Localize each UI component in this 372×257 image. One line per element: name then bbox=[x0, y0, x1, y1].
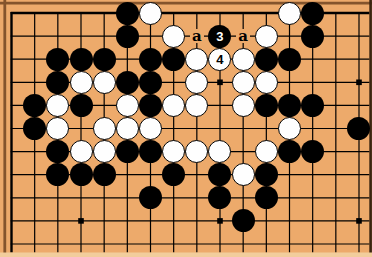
intersection-c12-r7[interactable] bbox=[255, 140, 278, 163]
intersection-c10-r1[interactable] bbox=[208, 2, 231, 25]
black-stone bbox=[278, 48, 301, 71]
intersection-c3-r3[interactable] bbox=[46, 48, 69, 71]
intersection-c9-r9[interactable] bbox=[185, 186, 208, 209]
intersection-c12-r10[interactable] bbox=[255, 209, 278, 232]
intersection-c2-r7[interactable] bbox=[23, 140, 46, 163]
intersection-c6-r1[interactable] bbox=[116, 2, 139, 25]
black-stone bbox=[46, 163, 69, 186]
black-stone bbox=[139, 186, 162, 209]
white-stone bbox=[255, 140, 278, 163]
black-stone bbox=[301, 2, 324, 25]
intersection-c1-r11[interactable] bbox=[0, 232, 23, 255]
intersection-c13-r11[interactable] bbox=[278, 232, 301, 255]
intersection-c10-r5[interactable] bbox=[208, 94, 231, 117]
intersection-c5-r7[interactable] bbox=[93, 140, 116, 163]
intersection-c15-r1[interactable] bbox=[324, 2, 347, 25]
intersection-c7-r6[interactable] bbox=[139, 117, 162, 140]
intersection-c15-r9[interactable] bbox=[324, 186, 347, 209]
intersection-c15-r2[interactable] bbox=[324, 25, 347, 48]
intersection-c3-r6[interactable] bbox=[46, 117, 69, 140]
intersection-c9-r2[interactable]: a bbox=[185, 25, 208, 48]
black-stone bbox=[46, 48, 69, 71]
intersection-c9-r1[interactable] bbox=[185, 2, 208, 25]
intersection-c6-r3[interactable] bbox=[116, 48, 139, 71]
intersection-c11-r1[interactable] bbox=[232, 2, 255, 25]
white-stone-move-4: 4 bbox=[208, 48, 231, 71]
intersection-c1-r7[interactable] bbox=[0, 140, 23, 163]
intersection-c7-r3[interactable] bbox=[139, 48, 162, 71]
black-stone bbox=[116, 25, 139, 48]
black-stone bbox=[232, 209, 255, 232]
intersection-c10-r8[interactable] bbox=[208, 163, 231, 186]
intersection-c11-r9[interactable] bbox=[232, 186, 255, 209]
intersection-c6-r2[interactable] bbox=[116, 25, 139, 48]
intersection-c16-r8[interactable] bbox=[347, 163, 370, 186]
black-stone bbox=[116, 71, 139, 94]
intersection-c7-r7[interactable] bbox=[139, 140, 162, 163]
intersection-c8-r1[interactable] bbox=[162, 2, 185, 25]
intersection-c9-r7[interactable] bbox=[185, 140, 208, 163]
intersection-c10-r7[interactable] bbox=[208, 140, 231, 163]
white-stone bbox=[185, 71, 208, 94]
intersection-c1-r2[interactable] bbox=[0, 25, 23, 48]
white-stone bbox=[46, 117, 69, 140]
intersection-c12-r1[interactable] bbox=[255, 2, 278, 25]
intersection-c11-r3[interactable] bbox=[232, 48, 255, 71]
white-stone bbox=[232, 71, 255, 94]
intersection-c13-r3[interactable] bbox=[278, 48, 301, 71]
white-stone bbox=[93, 71, 116, 94]
intersection-c10-r4[interactable] bbox=[208, 71, 231, 94]
white-stone bbox=[116, 94, 139, 117]
move-number: 3 bbox=[216, 30, 223, 43]
intersection-c1-r9[interactable] bbox=[0, 186, 23, 209]
intersection-c14-r2[interactable] bbox=[301, 25, 324, 48]
intersection-c6-r5[interactable] bbox=[116, 94, 139, 117]
intersection-c2-r9[interactable] bbox=[23, 186, 46, 209]
white-stone bbox=[255, 71, 278, 94]
intersection-c15-r11[interactable] bbox=[324, 232, 347, 255]
intersection-c3-r1[interactable] bbox=[46, 2, 69, 25]
intersection-c2-r2[interactable] bbox=[23, 25, 46, 48]
black-stone bbox=[208, 163, 231, 186]
black-stone bbox=[46, 140, 69, 163]
black-stone bbox=[278, 140, 301, 163]
intersection-c1-r5[interactable] bbox=[0, 94, 23, 117]
black-stone bbox=[93, 163, 116, 186]
intersection-c10-r6[interactable] bbox=[208, 117, 231, 140]
intersection-c9-r11[interactable] bbox=[185, 232, 208, 255]
intersection-c7-r2[interactable] bbox=[139, 25, 162, 48]
intersection-c4-r2[interactable] bbox=[69, 25, 92, 48]
intersection-c11-r4[interactable] bbox=[232, 71, 255, 94]
intersection-c2-r11[interactable] bbox=[23, 232, 46, 255]
intersection-c3-r8[interactable] bbox=[46, 163, 69, 186]
intersection-c8-r3[interactable] bbox=[162, 48, 185, 71]
black-stone bbox=[23, 94, 46, 117]
black-stone bbox=[116, 140, 139, 163]
intersection-c10-r9[interactable] bbox=[208, 186, 231, 209]
intersection-c3-r5[interactable] bbox=[46, 94, 69, 117]
intersection-c14-r7[interactable] bbox=[301, 140, 324, 163]
intersection-c6-r4[interactable] bbox=[116, 71, 139, 94]
white-stone bbox=[70, 71, 93, 94]
intersection-c1-r8[interactable] bbox=[0, 163, 23, 186]
intersection-c15-r6[interactable] bbox=[324, 117, 347, 140]
intersection-c3-r7[interactable] bbox=[46, 140, 69, 163]
black-stone bbox=[162, 163, 185, 186]
white-stone bbox=[46, 94, 69, 117]
intersection-c4-r7[interactable] bbox=[69, 140, 92, 163]
go-diagram: a3a4 bbox=[0, 0, 372, 257]
intersection-c7-r11[interactable] bbox=[139, 232, 162, 255]
intersection-c16-r1[interactable] bbox=[347, 2, 370, 25]
black-stone bbox=[162, 48, 185, 71]
intersection-c4-r5[interactable] bbox=[69, 94, 92, 117]
white-stone bbox=[162, 25, 185, 48]
intersection-c1-r6[interactable] bbox=[0, 117, 23, 140]
intersection-c10-r3[interactable]: 4 bbox=[208, 48, 231, 71]
intersection-c3-r4[interactable] bbox=[46, 71, 69, 94]
intersection-c8-r7[interactable] bbox=[162, 140, 185, 163]
black-stone bbox=[208, 186, 231, 209]
white-stone bbox=[93, 140, 116, 163]
intersection-c14-r3[interactable] bbox=[301, 48, 324, 71]
intersection-c14-r1[interactable] bbox=[301, 2, 324, 25]
black-stone bbox=[70, 163, 93, 186]
intersection-c9-r8[interactable] bbox=[185, 163, 208, 186]
intersection-c16-r3[interactable] bbox=[347, 48, 370, 71]
intersection-c1-r1[interactable] bbox=[0, 2, 23, 25]
black-stone bbox=[139, 140, 162, 163]
white-stone bbox=[93, 117, 116, 140]
intersection-c16-r2[interactable] bbox=[347, 25, 370, 48]
intersection-c13-r1[interactable] bbox=[278, 2, 301, 25]
intersection-c13-r4[interactable] bbox=[278, 71, 301, 94]
intersection-c16-r11[interactable] bbox=[347, 232, 370, 255]
intersection-c13-r5[interactable] bbox=[278, 94, 301, 117]
black-stone-move-3: 3 bbox=[208, 25, 231, 48]
intersection-c11-r10[interactable] bbox=[232, 209, 255, 232]
white-stone bbox=[232, 48, 255, 71]
white-stone bbox=[232, 163, 255, 186]
intersection-c2-r5[interactable] bbox=[23, 94, 46, 117]
intersection-c16-r4[interactable] bbox=[347, 71, 370, 94]
black-stone bbox=[93, 48, 116, 71]
intersection-c7-r9[interactable] bbox=[139, 186, 162, 209]
intersection-c6-r10[interactable] bbox=[116, 209, 139, 232]
black-stone bbox=[46, 71, 69, 94]
intersection-c7-r1[interactable] bbox=[139, 2, 162, 25]
intersection-c8-r6[interactable] bbox=[162, 117, 185, 140]
intersection-c1-r3[interactable] bbox=[0, 48, 23, 71]
intersection-c15-r3[interactable] bbox=[324, 48, 347, 71]
black-stone bbox=[116, 2, 139, 25]
intersection-c5-r11[interactable] bbox=[93, 232, 116, 255]
black-stone bbox=[139, 71, 162, 94]
white-stone bbox=[208, 140, 231, 163]
intersection-c12-r5[interactable] bbox=[255, 94, 278, 117]
intersection-c12-r2[interactable] bbox=[255, 25, 278, 48]
intersection-c5-r9[interactable] bbox=[93, 186, 116, 209]
intersection-c9-r10[interactable] bbox=[185, 209, 208, 232]
black-stone bbox=[70, 94, 93, 117]
intersection-c4-r6[interactable] bbox=[69, 117, 92, 140]
intersection-c8-r5[interactable] bbox=[162, 94, 185, 117]
intersection-c11-r8[interactable] bbox=[232, 163, 255, 186]
intersection-c3-r10[interactable] bbox=[46, 209, 69, 232]
intersection-c4-r8[interactable] bbox=[69, 163, 92, 186]
intersection-c5-r2[interactable] bbox=[93, 25, 116, 48]
intersection-c5-r4[interactable] bbox=[93, 71, 116, 94]
intersection-c14-r9[interactable] bbox=[301, 186, 324, 209]
intersection-c7-r10[interactable] bbox=[139, 209, 162, 232]
point-label-a: a bbox=[190, 29, 204, 43]
black-stone bbox=[255, 48, 278, 71]
intersection-c4-r9[interactable] bbox=[69, 186, 92, 209]
black-stone bbox=[255, 186, 278, 209]
black-stone bbox=[255, 163, 278, 186]
intersection-c8-r11[interactable] bbox=[162, 232, 185, 255]
black-stone bbox=[301, 140, 324, 163]
intersection-c10-r2[interactable]: 3 bbox=[208, 25, 231, 48]
white-stone bbox=[116, 117, 139, 140]
intersection-c16-r7[interactable] bbox=[347, 140, 370, 163]
intersection-c6-r8[interactable] bbox=[116, 163, 139, 186]
intersection-c8-r8[interactable] bbox=[162, 163, 185, 186]
intersection-c11-r5[interactable] bbox=[232, 94, 255, 117]
intersection-c14-r5[interactable] bbox=[301, 94, 324, 117]
intersection-c4-r11[interactable] bbox=[69, 232, 92, 255]
intersection-c5-r5[interactable] bbox=[93, 94, 116, 117]
intersection-c4-r10[interactable] bbox=[69, 209, 92, 232]
intersection-c16-r10[interactable] bbox=[347, 209, 370, 232]
intersection-c8-r2[interactable] bbox=[162, 25, 185, 48]
intersection-c6-r7[interactable] bbox=[116, 140, 139, 163]
white-stone bbox=[278, 2, 301, 25]
intersection-c1-r4[interactable] bbox=[0, 71, 23, 94]
intersection-c13-r7[interactable] bbox=[278, 140, 301, 163]
black-stone bbox=[70, 48, 93, 71]
intersection-c2-r1[interactable] bbox=[23, 2, 46, 25]
intersection-c5-r3[interactable] bbox=[93, 48, 116, 71]
intersection-c12-r4[interactable] bbox=[255, 71, 278, 94]
intersection-c3-r2[interactable] bbox=[46, 25, 69, 48]
point-label-a: a bbox=[236, 29, 250, 43]
white-stone bbox=[70, 140, 93, 163]
intersection-c16-r6[interactable] bbox=[347, 117, 370, 140]
intersection-c9-r4[interactable] bbox=[185, 71, 208, 94]
intersection-c7-r5[interactable] bbox=[139, 94, 162, 117]
intersection-c3-r9[interactable] bbox=[46, 186, 69, 209]
move-number: 4 bbox=[216, 53, 223, 66]
black-stone bbox=[301, 94, 324, 117]
intersection-c8-r4[interactable] bbox=[162, 71, 185, 94]
intersection-c13-r9[interactable] bbox=[278, 186, 301, 209]
black-stone bbox=[278, 94, 301, 117]
intersection-c15-r8[interactable] bbox=[324, 163, 347, 186]
intersection-c16-r5[interactable] bbox=[347, 94, 370, 117]
black-stone bbox=[139, 94, 162, 117]
intersection-c4-r1[interactable] bbox=[69, 2, 92, 25]
intersection-c6-r6[interactable] bbox=[116, 117, 139, 140]
black-stone bbox=[139, 48, 162, 71]
intersection-c16-r9[interactable] bbox=[347, 186, 370, 209]
intersection-c7-r4[interactable] bbox=[139, 71, 162, 94]
intersection-c10-r10[interactable] bbox=[208, 209, 231, 232]
intersection-c2-r6[interactable] bbox=[23, 117, 46, 140]
intersection-c9-r3[interactable] bbox=[185, 48, 208, 71]
intersection-c12-r3[interactable] bbox=[255, 48, 278, 71]
intersection-c12-r8[interactable] bbox=[255, 163, 278, 186]
white-stone bbox=[255, 25, 278, 48]
intersection-c4-r4[interactable] bbox=[69, 71, 92, 94]
intersection-c9-r5[interactable] bbox=[185, 94, 208, 117]
intersection-c11-r11[interactable] bbox=[232, 232, 255, 255]
intersection-c13-r8[interactable] bbox=[278, 163, 301, 186]
intersection-c14-r11[interactable] bbox=[301, 232, 324, 255]
intersection-c11-r6[interactable] bbox=[232, 117, 255, 140]
white-stone bbox=[185, 48, 208, 71]
intersection-c12-r6[interactable] bbox=[255, 117, 278, 140]
intersection-c2-r10[interactable] bbox=[23, 209, 46, 232]
intersection-c12-r9[interactable] bbox=[255, 186, 278, 209]
intersection-c2-r4[interactable] bbox=[23, 71, 46, 94]
intersection-c15-r10[interactable] bbox=[324, 209, 347, 232]
intersection-c5-r10[interactable] bbox=[93, 209, 116, 232]
intersection-c12-r11[interactable] bbox=[255, 232, 278, 255]
black-stone bbox=[301, 25, 324, 48]
intersection-c8-r9[interactable] bbox=[162, 186, 185, 209]
intersection-c5-r8[interactable] bbox=[93, 163, 116, 186]
intersection-c15-r4[interactable] bbox=[324, 71, 347, 94]
intersection-c15-r5[interactable] bbox=[324, 94, 347, 117]
intersection-c14-r10[interactable] bbox=[301, 209, 324, 232]
white-stone bbox=[278, 117, 301, 140]
intersection-c9-r6[interactable] bbox=[185, 117, 208, 140]
intersection-c2-r3[interactable] bbox=[23, 48, 46, 71]
intersection-c2-r8[interactable] bbox=[23, 163, 46, 186]
white-stone bbox=[162, 140, 185, 163]
black-stone bbox=[255, 94, 278, 117]
intersection-c6-r9[interactable] bbox=[116, 186, 139, 209]
intersection-c11-r2[interactable]: a bbox=[232, 25, 255, 48]
intersection-c6-r11[interactable] bbox=[116, 232, 139, 255]
black-stone bbox=[23, 117, 46, 140]
intersection-c13-r6[interactable] bbox=[278, 117, 301, 140]
go-board: a3a4 bbox=[0, 2, 371, 256]
intersection-c10-r11[interactable] bbox=[208, 232, 231, 255]
white-stone bbox=[139, 2, 162, 25]
intersection-c8-r10[interactable] bbox=[162, 209, 185, 232]
intersection-c14-r6[interactable] bbox=[301, 117, 324, 140]
intersection-c7-r8[interactable] bbox=[139, 163, 162, 186]
intersection-c13-r10[interactable] bbox=[278, 209, 301, 232]
intersection-c15-r7[interactable] bbox=[324, 140, 347, 163]
intersection-c14-r8[interactable] bbox=[301, 163, 324, 186]
black-stone bbox=[347, 117, 370, 140]
intersection-c1-r10[interactable] bbox=[0, 209, 23, 232]
intersection-c11-r7[interactable] bbox=[232, 140, 255, 163]
intersection-c13-r2[interactable] bbox=[278, 25, 301, 48]
intersection-c3-r11[interactable] bbox=[46, 232, 69, 255]
white-stone bbox=[162, 94, 185, 117]
white-stone bbox=[185, 140, 208, 163]
white-stone bbox=[185, 94, 208, 117]
intersection-c5-r6[interactable] bbox=[93, 117, 116, 140]
intersection-c14-r4[interactable] bbox=[301, 71, 324, 94]
intersection-c4-r3[interactable] bbox=[69, 48, 92, 71]
white-stone bbox=[139, 117, 162, 140]
intersection-c5-r1[interactable] bbox=[93, 2, 116, 25]
white-stone bbox=[232, 94, 255, 117]
